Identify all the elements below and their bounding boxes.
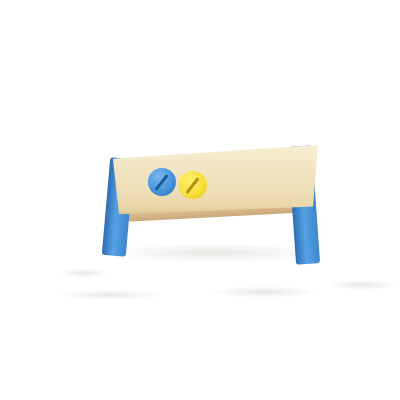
product-photo — [0, 0, 400, 400]
toy-wrench — [0, 0, 400, 400]
